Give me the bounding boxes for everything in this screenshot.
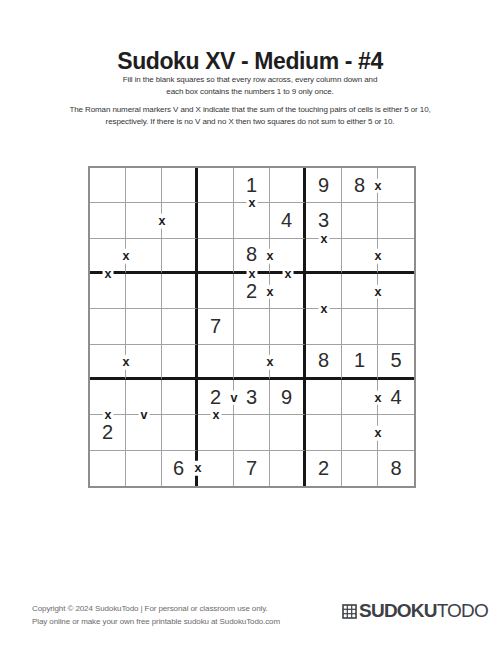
puzzle-page: Sudoku XV - Medium - #4 Fill in the blan…: [0, 0, 500, 647]
cell-r1c2[interactable]: [126, 168, 162, 203]
x-marker-r3c5-r3c6: x: [265, 249, 276, 264]
cell-r9c9: 8: [378, 451, 414, 486]
instructions-xv-line1: The Roman numeral markers V and X indica…: [0, 104, 500, 116]
cell-r4c3[interactable]: [162, 274, 198, 309]
cell-r1c3[interactable]: [162, 168, 198, 203]
cell-r9c1[interactable]: [90, 451, 126, 486]
cell-r3c4[interactable]: [198, 239, 234, 274]
sudoku-board: 19843827815239426728xxxxxxxxxxxxxxxvxxvx…: [88, 166, 416, 488]
x-marker-r3c5-r4c5: x: [247, 267, 258, 282]
x-marker-r1c8-r1c9: x: [373, 178, 384, 193]
cell-r5c2[interactable]: [126, 309, 162, 344]
cell-r8c5[interactable]: [234, 415, 270, 450]
cell-r4c2[interactable]: [126, 274, 162, 309]
cell-r2c1[interactable]: [90, 203, 126, 238]
cell-r6c8: 1: [342, 345, 378, 380]
footer-copyright-line2: Play online or make your own free printa…: [32, 615, 280, 628]
x-marker-r3c1-r3c2: x: [121, 249, 132, 264]
x-marker-r2c2-r2c3: x: [157, 214, 168, 229]
cell-r2c6: 4: [270, 203, 306, 238]
logo-text-todo: TODO: [437, 600, 488, 621]
instructions-basic-line1: Fill in the blank squares so that every …: [0, 74, 500, 86]
cell-r2c9[interactable]: [378, 203, 414, 238]
x-marker-r6c5-r6c6: x: [265, 355, 276, 370]
x-marker-r7c4-r8c4: x: [211, 408, 222, 423]
cell-r7c3[interactable]: [162, 380, 198, 415]
cell-r2c4[interactable]: [198, 203, 234, 238]
cell-r2c8[interactable]: [342, 203, 378, 238]
cell-r1c6[interactable]: [270, 168, 306, 203]
cell-r5c9[interactable]: [378, 309, 414, 344]
page-title: Sudoku XV - Medium - #4: [0, 48, 500, 75]
x-marker-r1c5-r2c5: x: [247, 196, 258, 211]
cell-r5c4: 7: [198, 309, 234, 344]
cell-r3c3[interactable]: [162, 239, 198, 274]
cell-r8c3[interactable]: [162, 415, 198, 450]
cell-r9c5: 7: [234, 451, 270, 486]
cell-r5c6[interactable]: [270, 309, 306, 344]
cell-r5c8[interactable]: [342, 309, 378, 344]
cell-r6c7: 8: [306, 345, 342, 380]
cell-r8c7[interactable]: [306, 415, 342, 450]
cell-r9c8[interactable]: [342, 451, 378, 486]
cell-r6c3[interactable]: [162, 345, 198, 380]
x-marker-r9c3-r9c4: x: [193, 461, 204, 476]
cell-r9c2[interactable]: [126, 451, 162, 486]
footer-copyright-line1: Copyright © 2024 SudokuTodo | For person…: [32, 602, 280, 615]
x-marker-r3c8-r3c9: x: [373, 249, 384, 264]
cell-r7c7[interactable]: [306, 380, 342, 415]
cell-r8c6[interactable]: [270, 415, 306, 450]
v-marker-r7c4-r7c5: v: [229, 390, 240, 405]
cell-r5c3[interactable]: [162, 309, 198, 344]
cell-r7c6: 9: [270, 380, 306, 415]
x-marker-r4c5-r4c6: x: [265, 284, 276, 299]
logo-text-sudoku: SUDOKU: [359, 600, 437, 621]
cell-r6c4[interactable]: [198, 345, 234, 380]
x-marker-r3c1-r4c1: x: [103, 267, 114, 282]
x-marker-r4c8-r4c9: x: [373, 284, 384, 299]
x-marker-r3c6-r4c6: x: [283, 267, 294, 282]
sudokutodo-logo: SUDOKUTODO: [342, 601, 488, 621]
cell-r1c1[interactable]: [90, 168, 126, 203]
cell-r6c9: 5: [378, 345, 414, 380]
footer-copyright: Copyright © 2024 SudokuTodo | For person…: [32, 602, 280, 628]
x-marker-r7c8-r7c9: x: [373, 390, 384, 405]
instructions-basic: Fill in the blank squares so that every …: [0, 74, 500, 97]
cell-r5c5[interactable]: [234, 309, 270, 344]
instructions-xv-line2: respectively. If there is no V and no X …: [0, 116, 500, 128]
logo-text: SUDOKUTODO: [359, 601, 488, 621]
x-marker-r8c8-r8c9: x: [373, 426, 384, 441]
cell-r4c4[interactable]: [198, 274, 234, 309]
instructions-xv: The Roman numeral markers V and X indica…: [0, 104, 500, 127]
cell-r1c7: 9: [306, 168, 342, 203]
cell-r5c1[interactable]: [90, 309, 126, 344]
v-marker-r7c2-r8c2: v: [139, 408, 150, 423]
cell-r9c6[interactable]: [270, 451, 306, 486]
instructions-basic-line2: each box contains the numbers 1 to 9 onl…: [0, 86, 500, 98]
cell-r1c4[interactable]: [198, 168, 234, 203]
x-marker-r2c7-r3c7: x: [319, 231, 330, 246]
x-marker-r7c1-r8c1: x: [103, 408, 114, 423]
x-marker-r6c1-r6c2: x: [121, 355, 132, 370]
grid-icon: [342, 604, 357, 619]
cell-r9c7: 2: [306, 451, 342, 486]
x-marker-r4c7-r5c7: x: [319, 302, 330, 317]
